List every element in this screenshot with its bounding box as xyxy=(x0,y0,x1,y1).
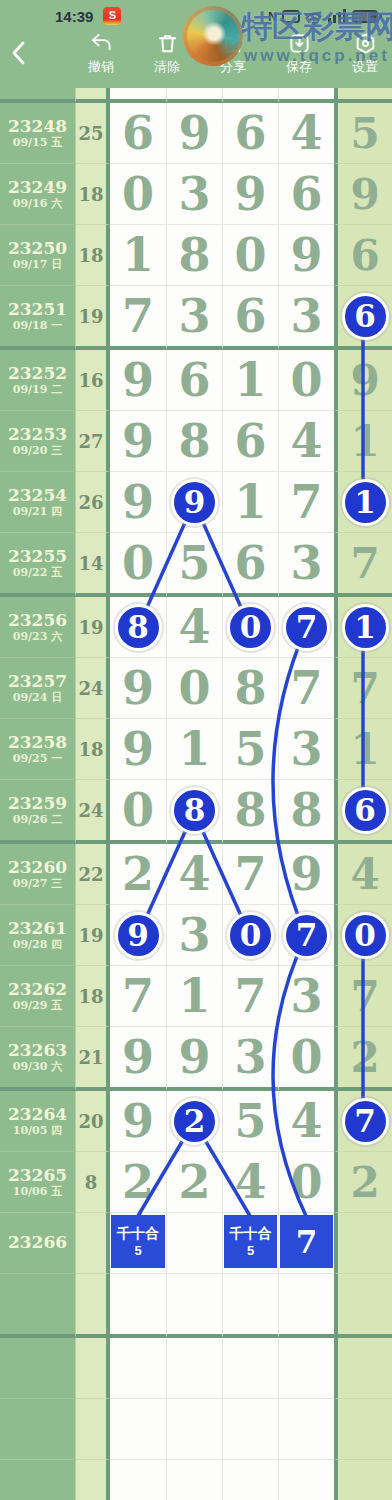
extra-digit-cell: 7 xyxy=(334,658,392,719)
row-label: 2325509/22 五 xyxy=(0,533,76,597)
draw-date: 09/21 四 xyxy=(13,506,62,518)
digit-cell xyxy=(278,1399,334,1460)
extra-digit-cell: 1 xyxy=(334,411,392,472)
digit-cell xyxy=(222,1274,278,1338)
save-icon xyxy=(288,32,311,55)
row-label: 2324909/16 六 xyxy=(0,164,76,225)
digit-cell xyxy=(166,1213,222,1274)
digit-cell xyxy=(278,1460,334,1500)
period-number: 23262 xyxy=(8,980,67,1000)
extra-digit-cell: 1 xyxy=(334,719,392,780)
chart-row-23266: 23266千十合5千十合57 xyxy=(0,1213,392,1274)
digit-cell xyxy=(222,1338,278,1399)
miss-count-cell: 19 xyxy=(76,905,110,966)
extra-digit-cell: 4 xyxy=(334,844,392,905)
extra-digit-cell: 6 xyxy=(334,225,392,286)
digit-cell: 3 xyxy=(278,966,334,1027)
digit-cell: 3 xyxy=(278,533,334,597)
digit-cell: 千十合5 xyxy=(222,1213,278,1274)
digit-cell xyxy=(166,1338,222,1399)
trash-icon xyxy=(156,32,179,55)
extra-digit-cell xyxy=(334,88,392,103)
miss-count-cell: 16 xyxy=(76,350,110,411)
digit-cell: 9 xyxy=(110,472,166,533)
chart-row-23254: 2325409/21 四2699171 xyxy=(0,472,392,533)
digit-cell: 3 xyxy=(278,719,334,780)
digit-cell: 7 xyxy=(222,966,278,1027)
digit-cell: 9 xyxy=(110,905,166,966)
clock: 14:39 xyxy=(55,8,93,25)
digit-cell: 8 xyxy=(222,658,278,719)
digit-cell: 8 xyxy=(110,597,166,658)
digit-cell: 2 xyxy=(110,1152,166,1213)
digit-cell: 0 xyxy=(222,905,278,966)
extra-digit-cell: 1 xyxy=(334,472,392,533)
chevron-left-icon xyxy=(10,40,26,66)
period-number: 23250 xyxy=(8,239,67,259)
digit-cell xyxy=(166,1460,222,1500)
undo-button[interactable]: 撤销 xyxy=(88,32,114,76)
digit-cell: 9 xyxy=(110,1027,166,1091)
status-bar: 14:39 S N xyxy=(0,0,392,32)
circled-digit: 0 xyxy=(227,604,274,651)
digit-cell xyxy=(222,88,278,103)
miss-count-cell: 18 xyxy=(76,966,110,1027)
draw-date: 10/05 四 xyxy=(13,1125,62,1137)
chart-row-23251: 2325109/18 一1973636 xyxy=(0,286,392,350)
extra-digit-cell: 9 xyxy=(334,164,392,225)
miss-count-cell: 26 xyxy=(76,472,110,533)
digit-cell: 0 xyxy=(166,658,222,719)
digit-cell: 9 xyxy=(278,225,334,286)
digit-cell: 5 xyxy=(166,533,222,597)
extra-digit-cell: 0 xyxy=(334,905,392,966)
prediction-cell[interactable]: 7 xyxy=(280,1215,333,1268)
digit-cell: 7 xyxy=(278,1213,334,1274)
circled-digit: 7 xyxy=(342,1098,389,1145)
miss-count-cell xyxy=(76,88,110,103)
chart-row-23265: 2326510/06 五822402 xyxy=(0,1152,392,1213)
digit-cell: 9 xyxy=(110,1091,166,1152)
circled-digit: 8 xyxy=(115,604,162,651)
extra-digit-cell xyxy=(334,1213,392,1274)
extra-digit-cell: 7 xyxy=(334,533,392,597)
save-button[interactable]: 保存 xyxy=(286,32,312,76)
digit-cell xyxy=(278,1338,334,1399)
chart-row-23264: 2326410/05 四2092547 xyxy=(0,1091,392,1152)
digit-cell xyxy=(110,1460,166,1500)
digit-cell: 7 xyxy=(278,658,334,719)
draw-date: 09/30 六 xyxy=(13,1061,62,1073)
digit-cell: 0 xyxy=(222,597,278,658)
draw-date: 09/19 二 xyxy=(13,384,62,396)
nfc-icon: N xyxy=(268,9,277,24)
draw-date: 09/20 三 xyxy=(13,445,62,457)
extra-digit-cell: 5 xyxy=(334,103,392,164)
circled-digit: 2 xyxy=(171,1098,218,1145)
digit-cell xyxy=(110,1338,166,1399)
clear-button[interactable]: 清除 xyxy=(154,32,180,76)
digit-cell xyxy=(222,1399,278,1460)
hd-icon xyxy=(283,11,299,22)
period-number: 23249 xyxy=(8,178,67,198)
digit-cell: 0 xyxy=(278,350,334,411)
extra-digit-cell xyxy=(334,1399,392,1460)
circled-digit: 0 xyxy=(342,912,389,959)
extra-digit-cell: 6 xyxy=(334,780,392,844)
digit-cell: 1 xyxy=(110,225,166,286)
chart-row-23259: 2325909/26 二2408886 xyxy=(0,780,392,844)
digit-cell: 3 xyxy=(166,286,222,350)
digit-cell: 3 xyxy=(166,905,222,966)
row-label: 2325109/18 一 xyxy=(0,286,76,350)
row-label: 2326510/06 五 xyxy=(0,1152,76,1213)
miss-count-cell: 19 xyxy=(76,597,110,658)
draw-date: 09/25 一 xyxy=(13,753,62,765)
share-icon xyxy=(222,32,245,55)
digit-cell: 6 xyxy=(222,411,278,472)
row-label xyxy=(0,1338,76,1399)
digit-cell: 6 xyxy=(222,286,278,350)
extra-digit-cell: 9 xyxy=(334,350,392,411)
extra-digit-cell xyxy=(334,1460,392,1500)
settings-label: 设置 xyxy=(352,58,378,76)
row-label: 2326209/29 五 xyxy=(0,966,76,1027)
digit-cell xyxy=(110,1274,166,1338)
digit-cell: 9 xyxy=(166,103,222,164)
digit-cell: 1 xyxy=(222,472,278,533)
digit-cell: 8 xyxy=(278,780,334,844)
undo-icon xyxy=(90,32,113,55)
miss-count-cell xyxy=(76,1338,110,1399)
miss-count-cell: 8 xyxy=(76,1152,110,1213)
row-label xyxy=(0,1399,76,1460)
row-label: 2326309/30 六 xyxy=(0,1027,76,1091)
draw-date: 09/23 六 xyxy=(13,631,62,643)
row-label: 23266 xyxy=(0,1213,76,1274)
period-number: 23255 xyxy=(8,547,67,567)
row-label: 2326109/28 四 xyxy=(0,905,76,966)
chart-row-23261: 2326109/28 四1993070 xyxy=(0,905,392,966)
digit-cell: 0 xyxy=(278,1152,334,1213)
battery-icon xyxy=(352,10,382,23)
row-label: 2325309/20 三 xyxy=(0,411,76,472)
digit-cell: 9 xyxy=(166,472,222,533)
toolbar: 撤销 清除 分享 xyxy=(0,32,392,88)
prediction-value: 5 xyxy=(134,1243,141,1258)
digit-cell xyxy=(110,88,166,103)
digit-cell: 8 xyxy=(166,225,222,286)
miss-count-cell: 22 xyxy=(76,844,110,905)
digit-cell xyxy=(222,1460,278,1500)
circled-digit: 1 xyxy=(342,604,389,651)
digit-cell: 9 xyxy=(110,350,166,411)
digit-cell: 4 xyxy=(278,411,334,472)
row-label: 2325909/26 二 xyxy=(0,780,76,844)
digit-cell: 7 xyxy=(110,966,166,1027)
toolbar-items: 撤销 清除 分享 xyxy=(88,32,378,76)
period-number: 23256 xyxy=(8,611,67,631)
circled-digit: 8 xyxy=(171,787,218,834)
circled-digit: 9 xyxy=(171,479,218,526)
circled-digit: 6 xyxy=(342,293,389,340)
share-button[interactable]: 分享 xyxy=(220,32,246,76)
period-number: 23266 xyxy=(8,1233,67,1253)
digit-cell: 9 xyxy=(222,164,278,225)
period-number: 23258 xyxy=(8,733,67,753)
digit-cell: 1 xyxy=(166,966,222,1027)
row-label xyxy=(0,88,76,103)
draw-date: 09/22 五 xyxy=(13,567,62,579)
prediction-value: 5 xyxy=(247,1243,254,1258)
digit-cell: 0 xyxy=(110,164,166,225)
digit-cell: 4 xyxy=(166,844,222,905)
extra-digit-cell: 7 xyxy=(334,966,392,1027)
row-label xyxy=(0,1460,76,1500)
digit-cell: 0 xyxy=(222,225,278,286)
share-label: 分享 xyxy=(220,58,246,76)
digit-cell: 8 xyxy=(166,780,222,844)
miss-count-cell xyxy=(76,1274,110,1338)
app-badge-icon: S xyxy=(103,7,121,25)
period-number: 23259 xyxy=(8,794,67,814)
prediction-label: 千十合 xyxy=(117,1225,159,1243)
digit-cell: 7 xyxy=(278,597,334,658)
wifi-icon xyxy=(307,14,321,20)
row-label xyxy=(0,1274,76,1338)
draw-date: 09/18 一 xyxy=(13,320,62,332)
digit-cell xyxy=(166,88,222,103)
miss-count-cell: 24 xyxy=(76,780,110,844)
digit-cell: 7 xyxy=(278,905,334,966)
chart-row-23253: 2325309/20 三2798641 xyxy=(0,411,392,472)
extra-digit-cell xyxy=(334,1274,392,1338)
row-label: 2325709/24 日 xyxy=(0,658,76,719)
chart-row-23248: 2324809/15 五2569645 xyxy=(0,103,392,164)
digit-cell: 6 xyxy=(110,103,166,164)
extra-digit-cell: 7 xyxy=(334,1091,392,1152)
system-status-icons: N xyxy=(266,6,384,26)
digit-cell: 1 xyxy=(166,719,222,780)
digit-cell: 9 xyxy=(278,844,334,905)
digit-cell: 4 xyxy=(166,597,222,658)
extra-digit-cell: 1 xyxy=(334,597,392,658)
digit-cell xyxy=(278,1274,334,1338)
row-label: 2325809/25 一 xyxy=(0,719,76,780)
draw-date: 09/15 五 xyxy=(13,137,62,149)
row-label: 2325609/23 六 xyxy=(0,597,76,658)
miss-count-cell xyxy=(76,1399,110,1460)
draw-date: 09/28 四 xyxy=(13,939,62,951)
miss-count-cell: 14 xyxy=(76,533,110,597)
digit-cell: 3 xyxy=(278,286,334,350)
chart-row-23256: 2325609/23 六1984071 xyxy=(0,597,392,658)
digit-cell: 2 xyxy=(110,844,166,905)
miss-count-cell xyxy=(76,1213,110,1274)
chart-row-23257: 2325709/24 日2490877 xyxy=(0,658,392,719)
digit-cell: 8 xyxy=(222,780,278,844)
miss-count-cell: 20 xyxy=(76,1091,110,1152)
chart-row-23249: 2324909/16 六1803969 xyxy=(0,164,392,225)
chart-row-23258: 2325809/25 一1891531 xyxy=(0,719,392,780)
chart-row-empty xyxy=(0,1399,392,1460)
period-number: 23251 xyxy=(8,300,67,320)
extra-digit-cell: 6 xyxy=(334,286,392,350)
row-label: 2324809/15 五 xyxy=(0,103,76,164)
chart-row-empty xyxy=(0,1274,392,1338)
digit-cell xyxy=(166,1274,222,1338)
digit-cell: 5 xyxy=(222,719,278,780)
circled-digit: 7 xyxy=(283,912,330,959)
chart-row-23255: 2325509/22 五1405637 xyxy=(0,533,392,597)
back-button[interactable] xyxy=(0,40,44,70)
digit-cell: 4 xyxy=(278,1091,334,1152)
draw-date: 09/29 五 xyxy=(13,1000,62,1012)
chart-row-empty xyxy=(0,1338,392,1399)
digit-cell: 6 xyxy=(222,103,278,164)
period-number: 23265 xyxy=(8,1166,67,1186)
miss-count-cell: 27 xyxy=(76,411,110,472)
miss-count-cell: 18 xyxy=(76,225,110,286)
lottery-trend-chart-screen: 14:39 S N xyxy=(0,0,392,1500)
draw-date: 09/17 日 xyxy=(13,259,62,271)
chart-row-23260: 2326009/27 三2224794 xyxy=(0,844,392,905)
wifi-dot xyxy=(312,21,316,25)
row-label: 2326410/05 四 xyxy=(0,1091,76,1152)
period-number: 23248 xyxy=(8,117,67,137)
chart-row-23263: 2326309/30 六2199302 xyxy=(0,1027,392,1091)
chart-row-partial xyxy=(0,88,392,103)
circled-digit: 6 xyxy=(342,787,389,834)
digit-cell: 2 xyxy=(166,1152,222,1213)
extra-digit-cell: 2 xyxy=(334,1027,392,1091)
draw-date: 09/26 二 xyxy=(13,814,62,826)
row-label: 2326009/27 三 xyxy=(0,844,76,905)
period-number: 23261 xyxy=(8,919,67,939)
draw-date: 09/24 日 xyxy=(13,692,62,704)
digit-cell xyxy=(278,88,334,103)
digit-cell xyxy=(110,1399,166,1460)
miss-count-cell: 21 xyxy=(76,1027,110,1091)
prediction-label: 千十合 xyxy=(230,1225,272,1243)
digit-cell: 9 xyxy=(110,411,166,472)
period-number: 23254 xyxy=(8,486,67,506)
signal-icon xyxy=(328,9,346,23)
period-number: 23253 xyxy=(8,425,67,445)
digit-cell: 9 xyxy=(110,719,166,780)
extra-digit-cell: 2 xyxy=(334,1152,392,1213)
digit-cell: 3 xyxy=(222,1027,278,1091)
extra-digit-cell xyxy=(334,1338,392,1399)
miss-count-cell: 18 xyxy=(76,164,110,225)
chart-row-empty xyxy=(0,1460,392,1500)
circled-digit: 9 xyxy=(115,912,162,959)
digit-cell: 7 xyxy=(110,286,166,350)
period-number: 23264 xyxy=(8,1105,67,1125)
digit-cell: 0 xyxy=(110,533,166,597)
digit-cell: 2 xyxy=(166,1091,222,1152)
trend-chart-grid: 2324809/15 五25696452324909/16 六180396923… xyxy=(0,88,392,1500)
prediction-digit: 7 xyxy=(296,1224,318,1260)
period-number: 23260 xyxy=(8,858,67,878)
row-label: 2325409/21 四 xyxy=(0,472,76,533)
digit-cell: 9 xyxy=(166,1027,222,1091)
draw-date: 09/27 三 xyxy=(13,878,62,890)
circled-digit: 0 xyxy=(227,912,274,959)
settings-button[interactable]: 设置 xyxy=(352,32,378,76)
prediction-cell[interactable]: 千十合5 xyxy=(111,1215,165,1268)
miss-count-cell: 25 xyxy=(76,103,110,164)
row-label: 2325009/17 日 xyxy=(0,225,76,286)
settings-icon xyxy=(354,32,377,55)
clear-label: 清除 xyxy=(154,58,180,76)
digit-cell: 3 xyxy=(166,164,222,225)
digit-cell: 千十合5 xyxy=(110,1213,166,1274)
undo-label: 撤销 xyxy=(88,58,114,76)
draw-date: 09/16 六 xyxy=(13,198,62,210)
save-label: 保存 xyxy=(286,58,312,76)
digit-cell: 5 xyxy=(222,1091,278,1152)
digit-cell: 6 xyxy=(222,533,278,597)
digit-cell: 7 xyxy=(222,844,278,905)
digit-cell: 8 xyxy=(166,411,222,472)
digit-cell: 4 xyxy=(278,103,334,164)
miss-count-cell: 24 xyxy=(76,658,110,719)
digit-cell: 9 xyxy=(110,658,166,719)
period-number: 23252 xyxy=(8,364,67,384)
draw-date: 10/06 五 xyxy=(13,1186,62,1198)
digit-cell xyxy=(166,1399,222,1460)
circled-digit: 1 xyxy=(342,479,389,526)
period-number: 23263 xyxy=(8,1041,67,1061)
status-icons-strip: N xyxy=(266,6,384,26)
digit-cell: 0 xyxy=(110,780,166,844)
digit-cell: 1 xyxy=(222,350,278,411)
row-label: 2325209/19 二 xyxy=(0,350,76,411)
miss-count-cell xyxy=(76,1460,110,1500)
miss-count-cell: 19 xyxy=(76,286,110,350)
period-number: 23257 xyxy=(8,672,67,692)
digit-cell: 6 xyxy=(166,350,222,411)
digit-cell: 0 xyxy=(278,1027,334,1091)
chart-row-23250: 2325009/17 日1818096 xyxy=(0,225,392,286)
prediction-cell[interactable]: 千十合5 xyxy=(224,1215,277,1268)
chart-row-23262: 2326209/29 五1871737 xyxy=(0,966,392,1027)
digit-cell: 4 xyxy=(222,1152,278,1213)
circled-digit: 7 xyxy=(283,604,330,651)
digit-cell: 6 xyxy=(278,164,334,225)
chart-row-23252: 2325209/19 二1696109 xyxy=(0,350,392,411)
digit-cell: 7 xyxy=(278,472,334,533)
miss-count-cell: 18 xyxy=(76,719,110,780)
